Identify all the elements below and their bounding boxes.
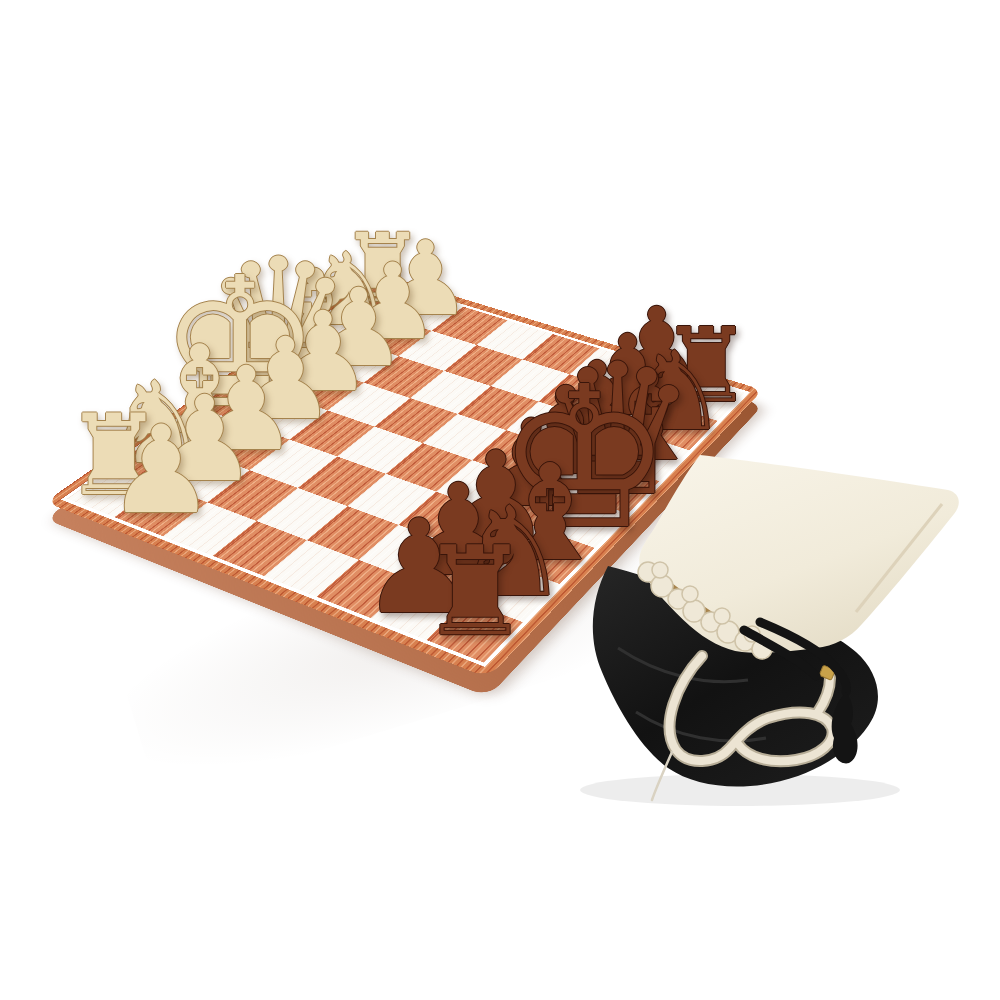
storage-bags	[0, 0, 1000, 1000]
cream-bag	[639, 455, 959, 653]
product-photo-scene: ♜♟♞♟♝♟♛♟♟♜♚♟♟♞♝♟♟♝♞♟♟♛♜♟♟♚♟♝♟♞♟♜	[0, 0, 1000, 1000]
